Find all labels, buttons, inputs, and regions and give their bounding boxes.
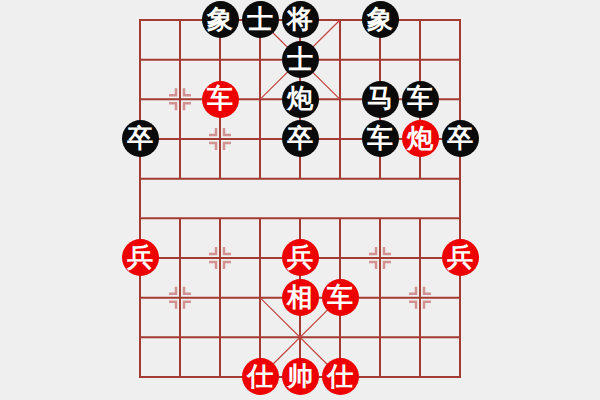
- piece-red-advisor-c3[interactable]: 仕: [242, 358, 279, 395]
- piece-black-soldier-c8[interactable]: 卒: [442, 120, 479, 157]
- piece-red-chariot-c2[interactable]: 车: [202, 81, 239, 118]
- xiangqi-app: 象士将象士车炮马车卒卒车炮卒兵兵兵相车仕帅仕: [0, 0, 600, 400]
- piece-black-chariot-c6[interactable]: 车: [362, 120, 399, 157]
- piece-black-elephant-c6[interactable]: 象: [362, 1, 399, 38]
- piece-black-chariot-c7[interactable]: 车: [402, 81, 439, 118]
- piece-red-cannon-c7[interactable]: 炮: [402, 120, 439, 157]
- piece-red-general[interactable]: 帅: [282, 358, 319, 395]
- piece-black-soldier-c4[interactable]: 卒: [282, 120, 319, 157]
- piece-red-soldier-c4[interactable]: 兵: [282, 239, 319, 276]
- piece-red-soldier-c0[interactable]: 兵: [122, 239, 159, 276]
- piece-red-advisor-c5[interactable]: 仕: [322, 358, 359, 395]
- piece-black-general[interactable]: 将: [282, 1, 319, 38]
- piece-red-soldier-c8[interactable]: 兵: [442, 239, 479, 276]
- piece-black-elephant-c2[interactable]: 象: [202, 1, 239, 38]
- piece-red-elephant-c4[interactable]: 相: [282, 279, 319, 316]
- piece-black-advisor-c3[interactable]: 士: [242, 1, 279, 38]
- piece-black-horse-c6[interactable]: 马: [362, 81, 399, 118]
- piece-black-cannon-c4[interactable]: 炮: [282, 81, 319, 118]
- piece-black-advisor-c4[interactable]: 士: [282, 41, 319, 78]
- pieces-layer: 象士将象士车炮马车卒卒车炮卒兵兵兵相车仕帅仕: [120, 0, 480, 397]
- piece-black-soldier-c0[interactable]: 卒: [122, 120, 159, 157]
- piece-red-chariot-c5[interactable]: 车: [322, 279, 359, 316]
